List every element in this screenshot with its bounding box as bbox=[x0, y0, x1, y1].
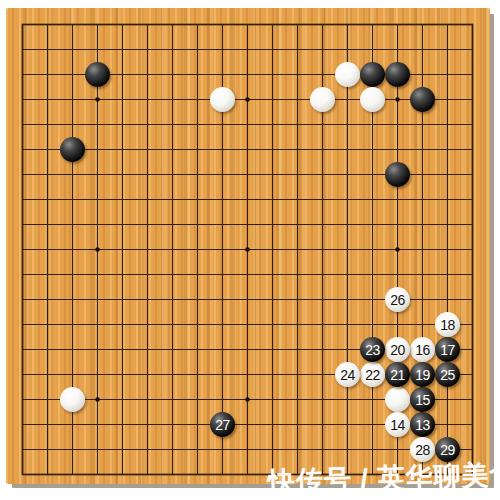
stone-black-29: 29 bbox=[435, 437, 460, 462]
move-number: 24 bbox=[340, 368, 355, 382]
stone-black-21: 21 bbox=[385, 362, 410, 387]
move-number: 16 bbox=[415, 343, 430, 357]
stone-white-Q4 bbox=[385, 387, 410, 412]
stone-black-23: 23 bbox=[360, 337, 385, 362]
move-number: 18 bbox=[440, 318, 455, 332]
stones-layer: 1314151617181920212223242526272829 bbox=[10, 12, 485, 487]
go-board: 1314151617181920212223242526272829 bbox=[6, 8, 490, 484]
stone-black-13: 13 bbox=[410, 412, 435, 437]
move-number: 13 bbox=[415, 418, 430, 432]
move-number: 15 bbox=[415, 393, 430, 407]
stone-black-C14 bbox=[60, 137, 85, 162]
screenshot-root: 1314151617181920212223242526272829 快传号 /… bbox=[0, 0, 500, 500]
stone-white-16: 16 bbox=[410, 337, 435, 362]
stone-white-J16 bbox=[210, 87, 235, 112]
stone-black-19: 19 bbox=[410, 362, 435, 387]
move-number: 25 bbox=[440, 368, 455, 382]
stone-white-28: 28 bbox=[410, 437, 435, 462]
move-number: 14 bbox=[390, 418, 405, 432]
stone-white-N16 bbox=[310, 87, 335, 112]
move-number: 23 bbox=[365, 343, 380, 357]
stone-white-P16 bbox=[360, 87, 385, 112]
move-number: 17 bbox=[440, 343, 455, 357]
stone-black-R16 bbox=[410, 87, 435, 112]
move-number: 26 bbox=[390, 293, 405, 307]
stone-black-25: 25 bbox=[435, 362, 460, 387]
stone-black-15: 15 bbox=[410, 387, 435, 412]
stone-white-C4 bbox=[60, 387, 85, 412]
move-number: 29 bbox=[440, 443, 455, 457]
stone-black-P17 bbox=[360, 62, 385, 87]
stone-white-14: 14 bbox=[385, 412, 410, 437]
move-number: 20 bbox=[390, 343, 405, 357]
move-number: 21 bbox=[390, 368, 405, 382]
move-number: 22 bbox=[365, 368, 380, 382]
stone-black-Q17 bbox=[385, 62, 410, 87]
stone-black-Q13 bbox=[385, 162, 410, 187]
move-number: 28 bbox=[415, 443, 430, 457]
stone-white-24: 24 bbox=[335, 362, 360, 387]
stone-black-17: 17 bbox=[435, 337, 460, 362]
stone-white-18: 18 bbox=[435, 312, 460, 337]
stone-white-26: 26 bbox=[385, 287, 410, 312]
move-number: 19 bbox=[415, 368, 430, 382]
stone-white-O17 bbox=[335, 62, 360, 87]
stone-white-22: 22 bbox=[360, 362, 385, 387]
stone-black-27: 27 bbox=[210, 412, 235, 437]
watermark: 快传号 / 英华聊美食 bbox=[268, 461, 500, 496]
stone-black-D17 bbox=[85, 62, 110, 87]
move-number: 27 bbox=[215, 418, 230, 432]
stone-white-20: 20 bbox=[385, 337, 410, 362]
